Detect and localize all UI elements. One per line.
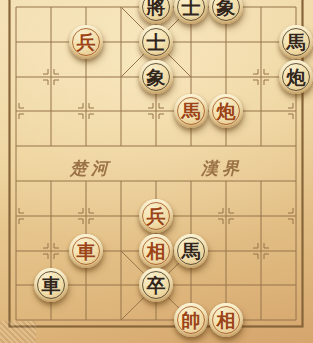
- piece-black-chariot[interactable]: 車: [34, 268, 68, 302]
- piece-black-advisor-1[interactable]: 士: [174, 0, 208, 24]
- piece-glyph: 卒: [147, 268, 166, 302]
- piece-red-general[interactable]: 帥: [174, 303, 208, 337]
- piece-glyph: 車: [77, 234, 96, 268]
- piece-glyph: 馬: [182, 234, 201, 268]
- piece-red-soldier-2[interactable]: 兵: [139, 199, 173, 233]
- piece-black-advisor-2[interactable]: 士: [139, 25, 173, 59]
- piece-glyph: 象: [147, 60, 166, 94]
- piece-glyph: 象: [217, 0, 236, 24]
- xiangqi-board: 楚河 漢界 將士象兵士馬象炮馬炮兵車相馬車卒帥相: [0, 0, 313, 343]
- piece-red-elephant-1[interactable]: 相: [139, 234, 173, 268]
- piece-glyph: 兵: [147, 199, 166, 233]
- piece-glyph: 兵: [77, 25, 96, 59]
- piece-glyph: 相: [217, 303, 236, 337]
- piece-red-soldier-1[interactable]: 兵: [69, 25, 103, 59]
- piece-glyph: 將: [147, 0, 166, 24]
- piece-glyph: 馬: [182, 94, 201, 128]
- piece-glyph: 帥: [182, 303, 201, 337]
- piece-glyph: 士: [182, 0, 201, 24]
- piece-glyph: 炮: [217, 94, 236, 128]
- piece-glyph: 士: [147, 25, 166, 59]
- piece-red-elephant-2[interactable]: 相: [209, 303, 243, 337]
- piece-black-horse-2[interactable]: 馬: [174, 234, 208, 268]
- piece-glyph: 相: [147, 234, 166, 268]
- watermark: [0, 321, 36, 343]
- piece-glyph: 馬: [287, 25, 306, 59]
- piece-black-horse-1[interactable]: 馬: [279, 25, 313, 59]
- piece-black-cannon[interactable]: 炮: [279, 60, 313, 94]
- piece-black-elephant-1[interactable]: 象: [209, 0, 243, 24]
- pieces-layer: 將士象兵士馬象炮馬炮兵車相馬車卒帥相: [0, 0, 313, 343]
- piece-black-soldier[interactable]: 卒: [139, 268, 173, 302]
- piece-red-chariot[interactable]: 車: [69, 234, 103, 268]
- piece-red-horse[interactable]: 馬: [174, 94, 208, 128]
- piece-black-elephant-2[interactable]: 象: [139, 60, 173, 94]
- piece-black-general[interactable]: 將: [139, 0, 173, 24]
- piece-red-cannon[interactable]: 炮: [209, 94, 243, 128]
- piece-glyph: 炮: [287, 60, 306, 94]
- piece-glyph: 車: [42, 268, 61, 302]
